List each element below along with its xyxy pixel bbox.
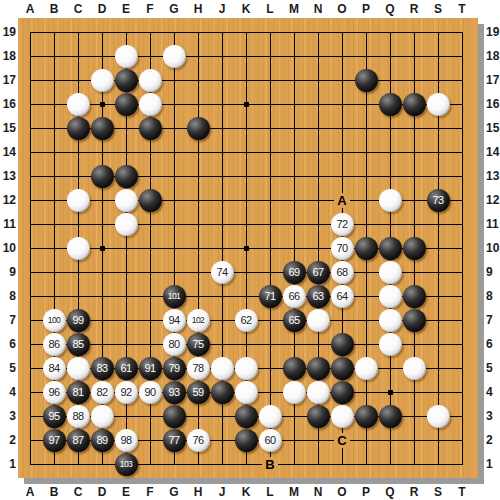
stone-white-F16[interactable] xyxy=(139,93,162,116)
move-number: 93 xyxy=(168,387,179,398)
coord-label-top: M xyxy=(282,2,306,16)
move-number: 87 xyxy=(72,435,83,446)
stone-black-C7[interactable]: 99 xyxy=(67,309,90,332)
coord-label-left: 17 xyxy=(0,73,16,87)
stone-white-D3[interactable] xyxy=(91,405,114,428)
move-number: 62 xyxy=(240,315,251,326)
coord-label-right: 15 xyxy=(486,121,500,135)
coord-label-left: 15 xyxy=(0,121,16,135)
stone-black-R8[interactable] xyxy=(403,285,426,308)
move-number: 99 xyxy=(72,315,83,326)
coord-label-left: 10 xyxy=(0,241,16,255)
coord-label-right: 8 xyxy=(486,289,500,303)
stone-black-F12[interactable] xyxy=(139,189,162,212)
coord-label-top: R xyxy=(402,2,426,16)
coord-label-right: 16 xyxy=(486,97,500,111)
coord-label-right: 13 xyxy=(486,169,500,183)
grid-line-vertical xyxy=(462,32,463,465)
move-number: 71 xyxy=(264,291,275,302)
stone-black-R16[interactable] xyxy=(403,93,426,116)
move-number: 68 xyxy=(336,267,347,278)
coord-label-left: 19 xyxy=(0,25,16,39)
coord-label-right: 1 xyxy=(486,457,500,471)
coord-label-right: 17 xyxy=(486,73,500,87)
stone-white-D17[interactable] xyxy=(91,69,114,92)
move-number: 73 xyxy=(432,195,443,206)
stone-white-Q6[interactable] xyxy=(379,333,402,356)
coord-label-top: H xyxy=(186,2,210,16)
go-app-window: 7372707469676810171666364100999410262658… xyxy=(0,0,500,500)
move-number: 63 xyxy=(312,291,323,302)
stone-black-O6[interactable] xyxy=(331,333,354,356)
coord-label-right: 4 xyxy=(486,385,500,399)
stone-white-H7[interactable]: 102 xyxy=(187,309,210,332)
stone-black-M7[interactable]: 65 xyxy=(283,309,306,332)
move-number: 97 xyxy=(48,435,59,446)
move-number: 77 xyxy=(168,435,179,446)
stone-black-E5[interactable]: 61 xyxy=(115,357,138,380)
move-number: 98 xyxy=(120,435,131,446)
stone-white-F17[interactable] xyxy=(139,69,162,92)
stone-black-G5[interactable]: 79 xyxy=(163,357,186,380)
stone-white-B4[interactable]: 96 xyxy=(43,381,66,404)
stone-black-E17[interactable] xyxy=(115,69,138,92)
move-number: 60 xyxy=(264,435,275,446)
coord-label-right: 3 xyxy=(486,409,500,423)
stone-black-G3[interactable] xyxy=(163,405,186,428)
stone-black-P17[interactable] xyxy=(355,69,378,92)
coord-label-right: 6 xyxy=(486,337,500,351)
go-board[interactable]: 7372707469676810171666364100999410262658… xyxy=(18,18,478,478)
coord-label-bottom: O xyxy=(330,485,354,499)
move-number: 70 xyxy=(336,243,347,254)
stone-black-E1[interactable]: 103 xyxy=(115,453,138,476)
stone-black-C2[interactable]: 87 xyxy=(67,429,90,452)
move-number: 102 xyxy=(192,316,205,325)
move-number: 61 xyxy=(120,363,131,374)
coord-label-top: C xyxy=(66,2,90,16)
coord-label-left: 9 xyxy=(0,265,16,279)
stone-white-G7[interactable]: 94 xyxy=(163,309,186,332)
stone-black-B2[interactable]: 97 xyxy=(43,429,66,452)
move-number: 72 xyxy=(336,219,347,230)
stone-white-N4[interactable] xyxy=(307,381,330,404)
move-number: 86 xyxy=(48,339,59,350)
stone-black-D15[interactable] xyxy=(91,117,114,140)
stone-black-O5[interactable] xyxy=(331,357,354,380)
stone-white-E2[interactable]: 98 xyxy=(115,429,138,452)
coord-label-top: S xyxy=(426,2,450,16)
star-point xyxy=(244,102,249,107)
stone-white-S16[interactable] xyxy=(427,93,450,116)
stone-white-F4[interactable]: 90 xyxy=(139,381,162,404)
stone-white-C5[interactable] xyxy=(67,357,90,380)
stone-black-H4[interactable]: 59 xyxy=(187,381,210,404)
stone-white-H2[interactable]: 76 xyxy=(187,429,210,452)
stone-black-N9[interactable]: 67 xyxy=(307,261,330,284)
stone-black-R7[interactable] xyxy=(403,309,426,332)
move-number: 69 xyxy=(288,267,299,278)
move-number: 74 xyxy=(216,267,227,278)
stone-black-E16[interactable] xyxy=(115,93,138,116)
coord-label-right: 18 xyxy=(486,49,500,63)
annotation-label-B: B xyxy=(262,457,278,472)
stone-white-O8[interactable]: 64 xyxy=(331,285,354,308)
move-number: 67 xyxy=(312,267,323,278)
coord-label-bottom: S xyxy=(426,485,450,499)
stone-white-O3[interactable] xyxy=(331,405,354,428)
stone-black-C15[interactable] xyxy=(67,117,90,140)
stone-white-O11[interactable]: 72 xyxy=(331,213,354,236)
move-number: 79 xyxy=(168,363,179,374)
coord-label-top: F xyxy=(138,2,162,16)
stone-black-L8[interactable]: 71 xyxy=(259,285,282,308)
stone-white-G6[interactable]: 80 xyxy=(163,333,186,356)
move-number: 80 xyxy=(168,339,179,350)
stone-white-B6[interactable]: 86 xyxy=(43,333,66,356)
coord-label-bottom: E xyxy=(114,485,138,499)
coord-label-left: 6 xyxy=(0,337,16,351)
stone-black-K3[interactable] xyxy=(235,405,258,428)
coord-label-top: G xyxy=(162,2,186,16)
stone-black-Q3[interactable] xyxy=(379,405,402,428)
move-number: 100 xyxy=(48,316,61,325)
stone-white-C12[interactable] xyxy=(67,189,90,212)
stone-white-O10[interactable]: 70 xyxy=(331,237,354,260)
coord-label-left: 11 xyxy=(0,217,16,231)
stone-black-D2[interactable]: 89 xyxy=(91,429,114,452)
coord-label-right: 7 xyxy=(486,313,500,327)
coord-label-right: 19 xyxy=(486,25,500,39)
stone-white-M4[interactable] xyxy=(283,381,306,404)
stone-black-C4[interactable]: 81 xyxy=(67,381,90,404)
stone-white-Q9[interactable] xyxy=(379,261,402,284)
stone-black-D5[interactable]: 83 xyxy=(91,357,114,380)
move-number: 64 xyxy=(336,291,347,302)
star-point xyxy=(244,246,249,251)
move-number: 90 xyxy=(144,387,155,398)
coord-label-left: 3 xyxy=(0,409,16,423)
coord-label-left: 18 xyxy=(0,49,16,63)
coord-label-bottom: D xyxy=(90,485,114,499)
stone-black-G4[interactable]: 93 xyxy=(163,381,186,404)
stone-black-N5[interactable] xyxy=(307,357,330,380)
stone-white-C3[interactable]: 88 xyxy=(67,405,90,428)
coord-label-top: L xyxy=(258,2,282,16)
coord-label-left: 8 xyxy=(0,289,16,303)
stone-white-C16[interactable] xyxy=(67,93,90,116)
move-number: 96 xyxy=(48,387,59,398)
stone-white-O9[interactable]: 68 xyxy=(331,261,354,284)
coord-label-top: D xyxy=(90,2,114,16)
stone-white-L2[interactable]: 60 xyxy=(259,429,282,452)
move-number: 76 xyxy=(192,435,203,446)
move-number: 83 xyxy=(96,363,107,374)
stone-black-B3[interactable]: 95 xyxy=(43,405,66,428)
stone-black-G8[interactable]: 101 xyxy=(163,285,186,308)
move-number: 82 xyxy=(96,387,107,398)
coord-label-bottom: A xyxy=(18,485,42,499)
coord-label-left: 12 xyxy=(0,193,16,207)
stone-black-F5[interactable]: 91 xyxy=(139,357,162,380)
stone-black-O4[interactable] xyxy=(331,381,354,404)
stone-white-S3[interactable] xyxy=(427,405,450,428)
move-number: 95 xyxy=(48,411,59,422)
stone-white-K7[interactable]: 62 xyxy=(235,309,258,332)
coord-label-right: 5 xyxy=(486,361,500,375)
stone-black-F15[interactable] xyxy=(139,117,162,140)
coord-label-bottom: Q xyxy=(378,485,402,499)
coord-label-top: E xyxy=(114,2,138,16)
stone-black-H15[interactable] xyxy=(187,117,210,140)
coord-label-top: B xyxy=(42,2,66,16)
stone-white-E18[interactable] xyxy=(115,45,138,68)
coord-label-left: 16 xyxy=(0,97,16,111)
stone-black-C6[interactable]: 85 xyxy=(67,333,90,356)
stone-white-Q12[interactable] xyxy=(379,189,402,212)
stone-white-J9[interactable]: 74 xyxy=(211,261,234,284)
coord-label-left: 1 xyxy=(0,457,16,471)
move-number: 85 xyxy=(72,339,83,350)
coord-label-top: K xyxy=(234,2,258,16)
stone-black-M9[interactable]: 69 xyxy=(283,261,306,284)
stone-black-G2[interactable]: 77 xyxy=(163,429,186,452)
coord-label-right: 11 xyxy=(486,217,500,231)
coord-label-top: N xyxy=(306,2,330,16)
grid-line-vertical xyxy=(270,32,271,465)
coord-label-right: 14 xyxy=(486,145,500,159)
stone-black-Q10[interactable] xyxy=(379,237,402,260)
coord-label-right: 12 xyxy=(486,193,500,207)
stone-black-N8[interactable]: 63 xyxy=(307,285,330,308)
move-number: 75 xyxy=(192,339,203,350)
coord-label-bottom: M xyxy=(282,485,306,499)
coord-label-bottom: B xyxy=(42,485,66,499)
move-number: 65 xyxy=(288,315,299,326)
stone-white-Q7[interactable] xyxy=(379,309,402,332)
coord-label-top: P xyxy=(354,2,378,16)
stone-white-B7[interactable]: 100 xyxy=(43,309,66,332)
coord-label-right: 9 xyxy=(486,265,500,279)
stone-white-H5[interactable]: 78 xyxy=(187,357,210,380)
move-number: 89 xyxy=(96,435,107,446)
coord-label-bottom: J xyxy=(210,485,234,499)
stone-black-E13[interactable] xyxy=(115,165,138,188)
move-number: 94 xyxy=(168,315,179,326)
stone-white-C10[interactable] xyxy=(67,237,90,260)
stone-white-E4[interactable]: 92 xyxy=(115,381,138,404)
stone-white-P5[interactable] xyxy=(355,357,378,380)
coord-label-left: 4 xyxy=(0,385,16,399)
stone-black-J4[interactable] xyxy=(211,381,234,404)
coord-label-right: 10 xyxy=(486,241,500,255)
move-number: 81 xyxy=(72,387,83,398)
coord-label-left: 7 xyxy=(0,313,16,327)
stone-white-E12[interactable] xyxy=(115,189,138,212)
stone-white-L3[interactable] xyxy=(259,405,282,428)
stone-white-D4[interactable]: 82 xyxy=(91,381,114,404)
coord-label-bottom: G xyxy=(162,485,186,499)
coord-label-top: A xyxy=(18,2,42,16)
stone-black-K2[interactable] xyxy=(235,429,258,452)
stone-black-D13[interactable] xyxy=(91,165,114,188)
coord-label-bottom: L xyxy=(258,485,282,499)
star-point xyxy=(100,246,105,251)
grid-line-horizontal xyxy=(30,464,463,465)
stone-black-Q16[interactable] xyxy=(379,93,402,116)
coord-label-bottom: K xyxy=(234,485,258,499)
stone-white-J5[interactable] xyxy=(211,357,234,380)
move-number: 92 xyxy=(120,387,131,398)
move-number: 103 xyxy=(120,460,133,469)
stone-black-N3[interactable] xyxy=(307,405,330,428)
stone-black-M5[interactable] xyxy=(283,357,306,380)
coord-label-bottom: F xyxy=(138,485,162,499)
coord-label-bottom: C xyxy=(66,485,90,499)
stone-black-S12[interactable]: 73 xyxy=(427,189,450,212)
annotation-label-C: C xyxy=(334,433,350,448)
stone-white-K4[interactable] xyxy=(235,381,258,404)
coord-label-bottom: P xyxy=(354,485,378,499)
stone-white-E11[interactable] xyxy=(115,213,138,236)
move-number: 101 xyxy=(168,292,181,301)
stone-white-G18[interactable] xyxy=(163,45,186,68)
stone-black-H6[interactable]: 75 xyxy=(187,333,210,356)
stone-white-R5[interactable] xyxy=(403,357,426,380)
coord-label-bottom: H xyxy=(186,485,210,499)
coord-label-left: 2 xyxy=(0,433,16,447)
star-point xyxy=(388,390,393,395)
coord-label-top: O xyxy=(330,2,354,16)
coord-label-left: 5 xyxy=(0,361,16,375)
coord-label-right: 2 xyxy=(486,433,500,447)
move-number: 66 xyxy=(288,291,299,302)
coord-label-bottom: T xyxy=(450,485,474,499)
move-number: 91 xyxy=(144,363,155,374)
move-number: 88 xyxy=(72,411,83,422)
stone-white-Q8[interactable] xyxy=(379,285,402,308)
coord-label-top: T xyxy=(450,2,474,16)
coord-label-top: J xyxy=(210,2,234,16)
coord-label-left: 13 xyxy=(0,169,16,183)
stone-black-P10[interactable] xyxy=(355,237,378,260)
stone-black-P3[interactable] xyxy=(355,405,378,428)
star-point xyxy=(100,102,105,107)
stone-black-R10[interactable] xyxy=(403,237,426,260)
move-number: 59 xyxy=(192,387,203,398)
coord-label-bottom: N xyxy=(306,485,330,499)
coord-label-bottom: R xyxy=(402,485,426,499)
coord-label-top: Q xyxy=(378,2,402,16)
move-number: 78 xyxy=(192,363,203,374)
stone-white-B5[interactable]: 84 xyxy=(43,357,66,380)
stone-white-N7[interactable] xyxy=(307,309,330,332)
stone-white-K5[interactable] xyxy=(235,357,258,380)
stone-white-M8[interactable]: 66 xyxy=(283,285,306,308)
coord-label-left: 14 xyxy=(0,145,16,159)
annotation-label-A: A xyxy=(334,193,350,208)
move-number: 84 xyxy=(48,363,59,374)
